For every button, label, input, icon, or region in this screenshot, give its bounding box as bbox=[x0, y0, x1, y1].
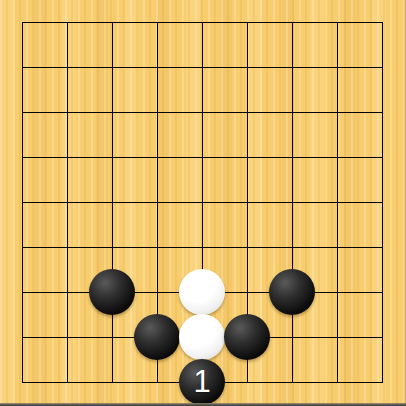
black-stone[interactable] bbox=[269, 269, 315, 315]
board-cell[interactable] bbox=[67, 337, 112, 382]
board-cell[interactable] bbox=[67, 202, 112, 247]
board-cell[interactable] bbox=[337, 157, 382, 202]
board-cell[interactable] bbox=[22, 112, 67, 157]
board-cell[interactable] bbox=[22, 67, 67, 112]
white-stone[interactable] bbox=[179, 269, 225, 315]
board-cell[interactable] bbox=[292, 202, 337, 247]
board-cell[interactable] bbox=[157, 157, 202, 202]
board-cell[interactable] bbox=[292, 112, 337, 157]
white-stone[interactable] bbox=[179, 314, 225, 360]
board-cell[interactable] bbox=[157, 112, 202, 157]
board-cell[interactable] bbox=[247, 22, 292, 67]
board-cell[interactable] bbox=[337, 202, 382, 247]
board-cell[interactable] bbox=[67, 22, 112, 67]
board-cell[interactable] bbox=[22, 202, 67, 247]
board-cell[interactable] bbox=[247, 202, 292, 247]
board-cell[interactable] bbox=[67, 157, 112, 202]
board-cell[interactable] bbox=[292, 67, 337, 112]
board-cell[interactable] bbox=[337, 22, 382, 67]
board-cell[interactable] bbox=[337, 67, 382, 112]
board-cell[interactable] bbox=[67, 67, 112, 112]
board-cell[interactable] bbox=[337, 112, 382, 157]
board-cell[interactable] bbox=[292, 22, 337, 67]
board-cell[interactable] bbox=[202, 22, 247, 67]
board-cell[interactable] bbox=[247, 67, 292, 112]
board-cell[interactable] bbox=[337, 292, 382, 337]
black-stone[interactable]: 1 bbox=[179, 359, 225, 405]
board-cell[interactable] bbox=[247, 112, 292, 157]
board-cell[interactable] bbox=[202, 67, 247, 112]
board-cell[interactable] bbox=[337, 247, 382, 292]
board-cell[interactable] bbox=[292, 337, 337, 382]
black-stone[interactable] bbox=[224, 314, 270, 360]
board-cell[interactable] bbox=[202, 157, 247, 202]
move-number-label: 1 bbox=[193, 366, 210, 397]
black-stone[interactable] bbox=[89, 269, 135, 315]
board-cell[interactable] bbox=[22, 22, 67, 67]
board-cell[interactable] bbox=[112, 112, 157, 157]
board-cell[interactable] bbox=[337, 337, 382, 382]
board-cell[interactable] bbox=[112, 157, 157, 202]
board-cell[interactable] bbox=[112, 202, 157, 247]
board-cell[interactable] bbox=[67, 112, 112, 157]
board-cell[interactable] bbox=[202, 202, 247, 247]
goban-board[interactable]: 1 bbox=[0, 0, 406, 406]
board-cell[interactable] bbox=[157, 202, 202, 247]
board-cell[interactable] bbox=[22, 337, 67, 382]
board-cell[interactable] bbox=[22, 157, 67, 202]
board-cell[interactable] bbox=[22, 247, 67, 292]
board-cell[interactable] bbox=[202, 112, 247, 157]
black-stone[interactable] bbox=[134, 314, 180, 360]
board-cell[interactable] bbox=[157, 22, 202, 67]
board-cell[interactable] bbox=[112, 67, 157, 112]
board-cell[interactable] bbox=[22, 292, 67, 337]
board-cell[interactable] bbox=[292, 157, 337, 202]
board-cell[interactable] bbox=[112, 22, 157, 67]
board-cell[interactable] bbox=[157, 67, 202, 112]
board-cell[interactable] bbox=[247, 157, 292, 202]
